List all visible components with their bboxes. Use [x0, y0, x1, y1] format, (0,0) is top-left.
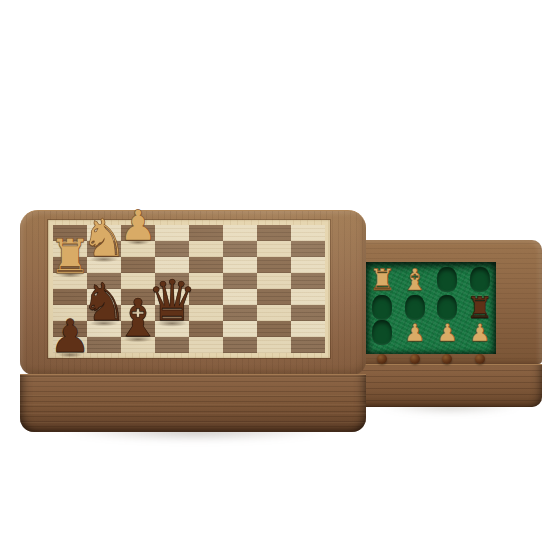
stored-black-pawn-top — [410, 354, 420, 364]
square-c2 — [121, 321, 155, 337]
box-lid: ♟♞♜♞♛♝♟ — [20, 210, 366, 375]
square-a4 — [53, 289, 87, 305]
square-f8 — [223, 225, 257, 241]
stored-white-rook: ♜ — [369, 265, 396, 295]
stored-black-pawn-top — [475, 354, 485, 364]
stored-white-pawn: ♟ — [404, 321, 426, 345]
square-b1 — [87, 337, 121, 353]
square-h4 — [291, 289, 325, 305]
square-h8 — [291, 225, 325, 241]
square-e2 — [189, 321, 223, 337]
square-e6 — [189, 257, 223, 273]
travel-chess-set-photo: ♜♝♜♟♟♟ ♟♞♜♞♛♝♟ — [0, 0, 550, 550]
square-h2 — [291, 321, 325, 337]
drawer-front-face — [350, 364, 542, 407]
drawer-rim: ♜♝♜♟♟♟ — [350, 240, 542, 364]
square-g2 — [257, 321, 291, 337]
drawer-felt: ♜♝♜♟♟♟ — [366, 262, 496, 354]
square-b3 — [87, 305, 121, 321]
square-e5 — [189, 273, 223, 289]
square-a3 — [53, 305, 87, 321]
drawer-recess-empty — [405, 295, 425, 320]
square-g6 — [257, 257, 291, 273]
square-b4 — [87, 289, 121, 305]
square-c1 — [121, 337, 155, 353]
square-c4 — [121, 289, 155, 305]
square-h3 — [291, 305, 325, 321]
square-c8 — [121, 225, 155, 241]
stored-white-bishop: ♝ — [401, 265, 428, 295]
square-b2 — [87, 321, 121, 337]
stored-black-pawn-top — [377, 354, 387, 364]
square-c7 — [121, 241, 155, 257]
drawer-recess-empty — [372, 295, 392, 320]
square-g4 — [257, 289, 291, 305]
square-e8 — [189, 225, 223, 241]
square-d3 — [155, 305, 189, 321]
square-h5 — [291, 273, 325, 289]
square-a7 — [53, 241, 87, 257]
square-a2 — [53, 321, 87, 337]
square-g7 — [257, 241, 291, 257]
square-d8 — [155, 225, 189, 241]
square-f7 — [223, 241, 257, 257]
square-g3 — [257, 305, 291, 321]
drawer-recess-empty — [470, 267, 490, 292]
drawer-recess-empty — [437, 267, 457, 292]
square-g8 — [257, 225, 291, 241]
square-e1 — [189, 337, 223, 353]
square-c5 — [121, 273, 155, 289]
chess-box: ♟♞♜♞♛♝♟ — [20, 210, 366, 432]
box-front-face — [20, 374, 366, 432]
square-h1 — [291, 337, 325, 353]
square-e7 — [189, 241, 223, 257]
storage-drawer: ♜♝♜♟♟♟ — [350, 240, 542, 408]
square-a1 — [53, 337, 87, 353]
square-b5 — [87, 273, 121, 289]
square-b6 — [87, 257, 121, 273]
square-e4 — [189, 289, 223, 305]
stored-white-pawn: ♟ — [436, 321, 458, 345]
square-f6 — [223, 257, 257, 273]
square-b7 — [87, 241, 121, 257]
square-g5 — [257, 273, 291, 289]
square-f3 — [223, 305, 257, 321]
square-e3 — [189, 305, 223, 321]
stored-white-pawn: ♟ — [469, 321, 491, 345]
square-d4 — [155, 289, 189, 305]
stored-black-pawn-top — [442, 354, 452, 364]
board-maple-border: ♟♞♜♞♛♝♟ — [48, 220, 330, 358]
square-d2 — [155, 321, 189, 337]
square-h6 — [291, 257, 325, 273]
square-f5 — [223, 273, 257, 289]
square-g1 — [257, 337, 291, 353]
drawer-recess-empty — [372, 320, 392, 345]
square-f1 — [223, 337, 257, 353]
square-a6 — [53, 257, 87, 273]
square-h7 — [291, 241, 325, 257]
square-a8 — [53, 225, 87, 241]
square-a5 — [53, 273, 87, 289]
square-f2 — [223, 321, 257, 337]
square-b8 — [87, 225, 121, 241]
square-c3 — [121, 305, 155, 321]
chess-board — [53, 225, 325, 353]
square-c6 — [121, 257, 155, 273]
square-d6 — [155, 257, 189, 273]
square-d7 — [155, 241, 189, 257]
square-d1 — [155, 337, 189, 353]
drawer-recess-empty — [437, 295, 457, 320]
square-d5 — [155, 273, 189, 289]
square-f4 — [223, 289, 257, 305]
